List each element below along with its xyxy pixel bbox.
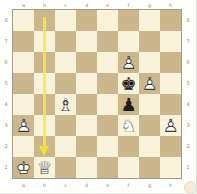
- rank-label: 8: [0, 10, 12, 31]
- black-king-glyph: ♚: [118, 73, 139, 94]
- square-h8[interactable]: [160, 10, 181, 31]
- square-h1[interactable]: [160, 157, 181, 178]
- square-h4[interactable]: [160, 94, 181, 115]
- square-d6[interactable]: [76, 52, 97, 73]
- square-f1[interactable]: [118, 157, 139, 178]
- rank-label: 8: [182, 10, 194, 31]
- rank-label: 4: [0, 94, 12, 115]
- white-knight-outline-glyph: ♘: [118, 115, 139, 136]
- square-g6[interactable]: [139, 52, 160, 73]
- square-a8[interactable]: [13, 10, 34, 31]
- file-label: c: [55, 1, 76, 9]
- file-label: f: [118, 181, 139, 189]
- file-label: e: [97, 1, 118, 9]
- square-g4[interactable]: [139, 94, 160, 115]
- square-g3[interactable]: [139, 115, 160, 136]
- square-b1[interactable]: ♛♕: [34, 157, 55, 178]
- square-f2[interactable]: [118, 136, 139, 157]
- white-pawn-outline-glyph: ♙: [139, 73, 160, 94]
- square-c8[interactable]: [55, 10, 76, 31]
- piece-white-pawn[interactable]: ♟♙: [160, 115, 181, 136]
- file-label: h: [160, 181, 181, 189]
- square-e8[interactable]: [97, 10, 118, 31]
- white-king-outline-glyph: ♔: [13, 157, 34, 178]
- analysis-arrow-line: [43, 17, 46, 146]
- chess-app-window: abcdefgh abcdefgh 87654321 87654321 ♟♙♚♟…: [0, 0, 197, 194]
- rank-label: 6: [0, 52, 12, 73]
- square-h2[interactable]: [160, 136, 181, 157]
- square-c7[interactable]: [55, 31, 76, 52]
- file-label: a: [13, 181, 34, 189]
- square-c6[interactable]: [55, 52, 76, 73]
- white-queen-outline-glyph: ♕: [34, 157, 55, 178]
- white-pawn-outline-glyph: ♙: [13, 115, 34, 136]
- file-label: h: [160, 1, 181, 9]
- square-e4[interactable]: [97, 94, 118, 115]
- square-d5[interactable]: [76, 73, 97, 94]
- square-c4[interactable]: ♝♗: [55, 94, 76, 115]
- square-d4[interactable]: [76, 94, 97, 115]
- corner-circle-button[interactable]: [184, 181, 197, 194]
- square-e2[interactable]: [97, 136, 118, 157]
- square-d1[interactable]: [76, 157, 97, 178]
- piece-black-pawn[interactable]: ♟: [118, 94, 139, 115]
- piece-white-knight[interactable]: ♞♘: [118, 115, 139, 136]
- square-e3[interactable]: [97, 115, 118, 136]
- square-a5[interactable]: [13, 73, 34, 94]
- square-d2[interactable]: [76, 136, 97, 157]
- rank-label: 6: [182, 52, 194, 73]
- white-pawn-outline-glyph: ♙: [118, 52, 139, 73]
- rank-label: 4: [182, 94, 194, 115]
- square-e1[interactable]: [97, 157, 118, 178]
- square-e5[interactable]: [97, 73, 118, 94]
- square-g8[interactable]: [139, 10, 160, 31]
- square-f5[interactable]: ♚: [118, 73, 139, 94]
- square-c3[interactable]: [55, 115, 76, 136]
- square-h5[interactable]: [160, 73, 181, 94]
- piece-white-bishop[interactable]: ♝♗: [55, 94, 76, 115]
- square-a7[interactable]: [13, 31, 34, 52]
- file-labels-bottom: abcdefgh: [13, 181, 181, 189]
- square-a1[interactable]: ♚♔: [13, 157, 34, 178]
- square-a4[interactable]: [13, 94, 34, 115]
- file-label: c: [55, 181, 76, 189]
- square-a3[interactable]: ♟♙: [13, 115, 34, 136]
- square-f8[interactable]: [118, 10, 139, 31]
- file-labels-top: abcdefgh: [13, 1, 181, 9]
- piece-white-pawn[interactable]: ♟♙: [118, 52, 139, 73]
- square-c1[interactable]: [55, 157, 76, 178]
- square-g5[interactable]: ♟♙: [139, 73, 160, 94]
- file-label: b: [34, 181, 55, 189]
- piece-white-pawn[interactable]: ♟♙: [13, 115, 34, 136]
- rank-label: 5: [0, 73, 12, 94]
- rank-labels-right: 87654321: [182, 10, 194, 178]
- square-g1[interactable]: [139, 157, 160, 178]
- square-h3[interactable]: ♟♙: [160, 115, 181, 136]
- square-e7[interactable]: [97, 31, 118, 52]
- square-h7[interactable]: [160, 31, 181, 52]
- rank-label: 5: [182, 73, 194, 94]
- rank-label: 1: [0, 157, 12, 178]
- file-label: f: [118, 1, 139, 9]
- rank-label: 3: [0, 115, 12, 136]
- rank-label: 3: [182, 115, 194, 136]
- black-pawn-glyph: ♟: [118, 94, 139, 115]
- file-label: g: [139, 181, 160, 189]
- analysis-arrow-head: [39, 146, 49, 156]
- file-label: b: [34, 1, 55, 9]
- rank-label: 7: [182, 31, 194, 52]
- piece-black-king[interactable]: ♚: [118, 73, 139, 94]
- file-label: a: [13, 1, 34, 9]
- file-label: e: [97, 181, 118, 189]
- square-c5[interactable]: [55, 73, 76, 94]
- square-g2[interactable]: [139, 136, 160, 157]
- square-f4[interactable]: ♟: [118, 94, 139, 115]
- square-f6[interactable]: ♟♙: [118, 52, 139, 73]
- file-label: d: [76, 181, 97, 189]
- rank-label: 1: [182, 157, 194, 178]
- square-c2[interactable]: [55, 136, 76, 157]
- file-label: g: [139, 1, 160, 9]
- white-bishop-outline-glyph: ♗: [55, 94, 76, 115]
- rank-label: 2: [0, 136, 12, 157]
- piece-white-pawn[interactable]: ♟♙: [139, 73, 160, 94]
- square-a6[interactable]: [13, 52, 34, 73]
- file-label: d: [76, 1, 97, 9]
- square-e6[interactable]: [97, 52, 118, 73]
- rank-labels-left: 87654321: [0, 10, 12, 178]
- square-a2[interactable]: [13, 136, 34, 157]
- square-g7[interactable]: [139, 31, 160, 52]
- square-f7[interactable]: [118, 31, 139, 52]
- square-d3[interactable]: [76, 115, 97, 136]
- square-h6[interactable]: [160, 52, 181, 73]
- white-pawn-outline-glyph: ♙: [160, 115, 181, 136]
- square-f3[interactable]: ♞♘: [118, 115, 139, 136]
- square-d8[interactable]: [76, 10, 97, 31]
- rank-label: 2: [182, 136, 194, 157]
- board-frame: ♟♙♚♟♙♝♗♟♟♙♞♘♟♙♚♔♛♕: [12, 9, 182, 179]
- square-d7[interactable]: [76, 31, 97, 52]
- rank-label: 7: [0, 31, 12, 52]
- piece-white-queen[interactable]: ♛♕: [34, 157, 55, 178]
- piece-white-king[interactable]: ♚♔: [13, 157, 34, 178]
